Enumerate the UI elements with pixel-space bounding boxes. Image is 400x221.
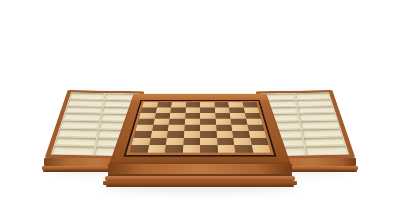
board-square: [250, 138, 269, 145]
board-frame: [109, 94, 291, 165]
tray-compartment: [298, 106, 335, 113]
board-square: [183, 138, 200, 145]
board-square: [132, 138, 151, 145]
chess-board: [129, 102, 270, 152]
board-square: [134, 131, 152, 138]
tray-compartment: [55, 137, 96, 145]
board-square: [251, 145, 270, 153]
case-base-step: [106, 185, 294, 187]
board-square: [200, 131, 217, 138]
board-square: [234, 145, 253, 153]
board-square: [167, 131, 184, 138]
board-square: [166, 138, 184, 145]
tray-compartment: [304, 137, 345, 145]
tray-compartment: [65, 106, 102, 113]
case-face-band: [108, 164, 292, 174]
board-square: [165, 145, 183, 153]
board-square: [182, 145, 200, 153]
board-square: [217, 145, 235, 153]
tray-compartment: [297, 99, 333, 105]
chess-board-case: [108, 52, 292, 187]
board-square: [149, 138, 167, 145]
tray-compartment: [301, 121, 340, 128]
board-square: [129, 145, 148, 153]
tray-compartment: [52, 146, 95, 155]
product-photo: [0, 0, 400, 221]
board-square: [183, 131, 200, 138]
tray-compartment: [61, 121, 100, 128]
board-square: [150, 131, 168, 138]
board-square: [216, 131, 233, 138]
board-square: [200, 145, 218, 153]
tray-compartment: [299, 113, 337, 120]
case-front-face: [108, 164, 292, 187]
board-square: [248, 131, 266, 138]
tray-compartment: [63, 113, 101, 120]
tray-compartment: [58, 129, 98, 137]
tray-compartment: [295, 93, 330, 99]
board-square: [217, 138, 235, 145]
board-square: [147, 145, 166, 153]
board-square: [233, 138, 251, 145]
board-inlay-line: [124, 100, 277, 157]
tray-compartment: [306, 146, 349, 155]
tray-compartment: [70, 93, 105, 99]
tray-compartment: [68, 99, 104, 105]
tray-compartment: [302, 129, 342, 137]
board-square: [232, 131, 250, 138]
board-square: [200, 138, 217, 145]
